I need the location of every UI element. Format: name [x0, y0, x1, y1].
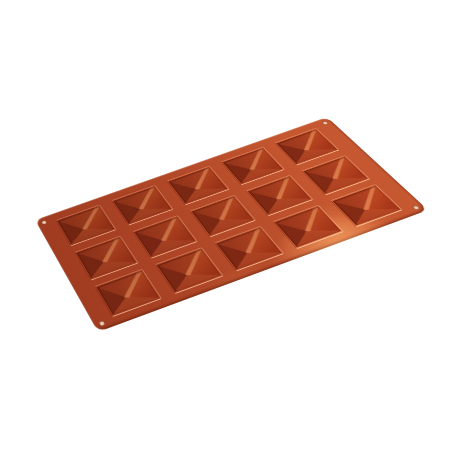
cavity-face-south	[57, 206, 114, 244]
silicone-mold	[35, 117, 428, 332]
mold-cavity	[157, 249, 221, 292]
cavity-edge-highlight	[76, 237, 136, 278]
cavity-face-east	[217, 228, 282, 270]
cavity-face-south	[217, 228, 282, 270]
cavity-face-south	[192, 196, 254, 235]
cavity-face-east	[248, 176, 311, 214]
cavity-face-north	[277, 129, 337, 163]
cavity-edge-highlight	[57, 206, 114, 244]
cavity-grid	[35, 117, 428, 332]
cavity-edge-highlight	[277, 129, 337, 163]
mold-cavity	[169, 167, 228, 203]
cavity-edge-highlight	[304, 157, 368, 194]
product-photo	[0, 0, 458, 458]
cavity-edge-highlight	[169, 167, 228, 203]
mold-cavity	[97, 271, 160, 315]
cavity-face-south	[223, 148, 283, 183]
cavity-face-south	[277, 129, 337, 163]
cavity-face-south	[169, 167, 228, 203]
cavity-face-west	[277, 129, 337, 163]
cavity-face-north	[223, 148, 283, 183]
cavity-face-south	[275, 207, 341, 248]
cavity-edge-highlight	[248, 176, 311, 214]
cavity-face-west	[134, 217, 195, 257]
cavity-face-north	[304, 157, 368, 194]
cavity-face-north	[157, 249, 221, 292]
cavity-face-west	[248, 176, 311, 214]
cavity-face-north	[169, 167, 228, 203]
mold-cavity	[57, 206, 114, 244]
mold-cavity	[217, 228, 282, 270]
cavity-edge-highlight	[217, 228, 282, 270]
cavity-edge-highlight	[192, 196, 254, 235]
cavity-face-west	[57, 206, 114, 244]
mold-cavity	[275, 207, 341, 248]
cavity-face-south	[97, 271, 160, 315]
mold-cavity	[76, 237, 136, 278]
cavity-face-west	[76, 237, 136, 278]
cavity-face-south	[248, 176, 311, 214]
cavity-face-east	[277, 129, 337, 163]
mold-cavity	[333, 186, 400, 226]
cavity-face-south	[157, 249, 221, 292]
cavity-face-east	[192, 196, 254, 235]
mold-cavity	[277, 129, 337, 163]
cavity-face-south	[304, 157, 368, 194]
cavity-face-north	[113, 187, 171, 224]
cavity-face-south	[134, 217, 195, 257]
cavity-face-north	[333, 186, 400, 226]
cavity-face-south	[333, 186, 400, 226]
cavity-face-east	[57, 206, 114, 244]
cavity-edge-highlight	[223, 148, 283, 183]
cavity-face-east	[304, 157, 368, 194]
cavity-face-south	[113, 187, 171, 224]
cavity-face-north	[57, 206, 114, 244]
cavity-face-west	[169, 167, 228, 203]
cavity-face-north	[275, 207, 341, 248]
cavity-edge-highlight	[275, 207, 341, 248]
cavity-face-west	[304, 157, 368, 194]
cavity-face-east	[113, 187, 171, 224]
cavity-face-west	[275, 207, 341, 248]
cavity-face-east	[134, 217, 195, 257]
mold-cavity	[223, 148, 283, 183]
cavity-face-east	[76, 237, 136, 278]
cavity-face-south	[76, 237, 136, 278]
mold-cavity	[192, 196, 254, 235]
cavity-face-west	[192, 196, 254, 235]
cavity-face-east	[333, 186, 400, 226]
cavity-face-north	[76, 237, 136, 278]
cavity-face-west	[113, 187, 171, 224]
cavity-face-north	[97, 271, 160, 315]
cavity-face-east	[157, 249, 221, 292]
cavity-face-east	[275, 207, 341, 248]
cavity-edge-highlight	[97, 271, 160, 315]
cavity-face-west	[97, 271, 160, 315]
cavity-face-east	[223, 148, 283, 183]
mold-cavity	[134, 217, 195, 257]
mold-cavity	[304, 157, 368, 194]
cavity-face-north	[192, 196, 254, 235]
cavity-edge-highlight	[157, 249, 221, 292]
mold-cavity	[113, 187, 171, 224]
cavity-face-east	[169, 167, 228, 203]
cavity-face-north	[217, 228, 282, 270]
cavity-edge-highlight	[333, 186, 400, 226]
cavity-face-west	[223, 148, 283, 183]
cavity-face-north	[248, 176, 311, 214]
cavity-face-north	[134, 217, 195, 257]
cavity-edge-highlight	[113, 187, 171, 224]
cavity-edge-highlight	[134, 217, 195, 257]
cavity-face-west	[157, 249, 221, 292]
mold-cavity	[248, 176, 311, 214]
cavity-face-east	[97, 271, 160, 315]
cavity-face-west	[217, 228, 282, 270]
cavity-face-west	[333, 186, 400, 226]
